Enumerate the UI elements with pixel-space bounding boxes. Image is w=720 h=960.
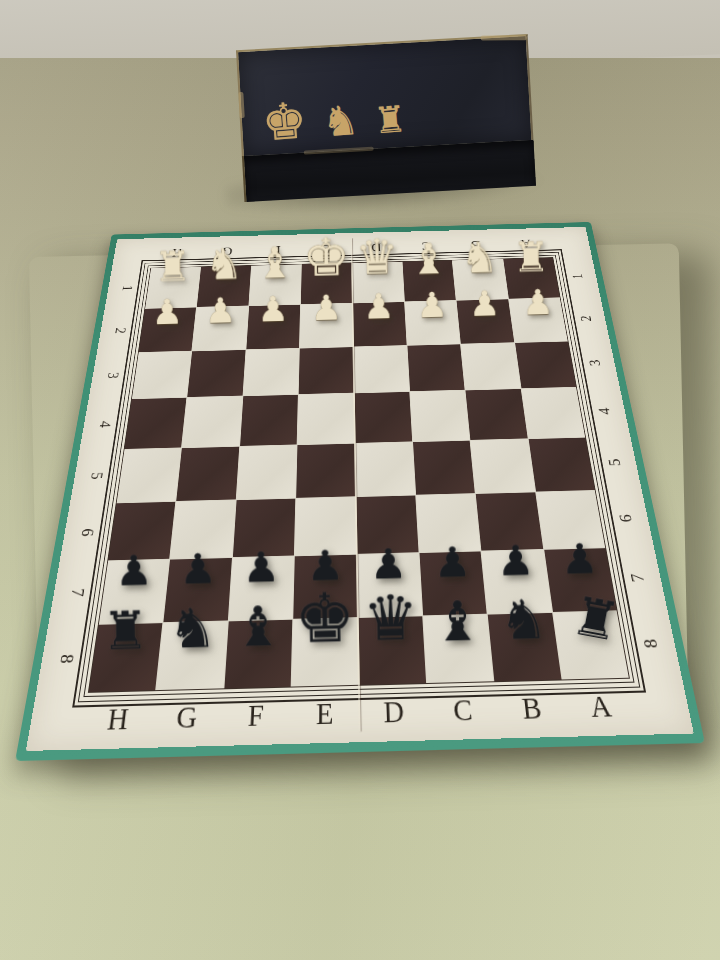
box-top-face: ♚♞♜	[236, 34, 533, 156]
chess-board: 1122334455667788HHGGFFEEDDCCBBAA ♜♞♝♚♛♝♞…	[15, 222, 705, 761]
file-label-top-h: H	[171, 247, 183, 258]
piece-white-pawn-d2[interactable]: ♟	[363, 289, 395, 324]
king-icon: ♚	[260, 95, 309, 149]
box-worn-edge	[481, 35, 527, 40]
rank-label-right-2: 2	[578, 315, 593, 321]
file-label-bottom-h: H	[106, 704, 130, 735]
rank-label-left-6: 6	[79, 528, 97, 536]
rank-label-left-7: 7	[68, 588, 87, 597]
rank-label-left-8: 8	[57, 654, 76, 664]
file-label-bottom-c: C	[452, 695, 473, 726]
board-face: 1122334455667788HHGGFFEEDDCCBBAA ♜♞♝♚♛♝♞…	[26, 227, 694, 751]
piece-white-pawn-g2[interactable]: ♟	[204, 293, 236, 328]
rank-label-right-1: 1	[570, 274, 585, 280]
rank-label-left-2: 2	[113, 327, 128, 333]
file-label-bottom-f: F	[247, 700, 264, 731]
piece-white-pawn-a2[interactable]: ♟	[522, 285, 554, 320]
piece-white-pawn-b2[interactable]: ♟	[469, 286, 501, 321]
piece-black-pawn-g7[interactable]: ♟	[179, 548, 217, 590]
piece-black-pawn-b7[interactable]: ♟	[497, 539, 535, 581]
piece-white-king-e1[interactable]: ♚	[302, 230, 350, 283]
piece-white-pawn-e2[interactable]: ♟	[310, 290, 342, 325]
rank-label-right-7: 7	[627, 574, 646, 583]
knight-icon: ♞	[320, 100, 360, 144]
file-label-bottom-e: E	[316, 699, 333, 730]
file-label-bottom-b: B	[521, 693, 544, 724]
piece-black-pawn-d7[interactable]: ♟	[370, 543, 408, 585]
piece-black-rook-h8[interactable]: ♜	[101, 604, 149, 658]
rank-label-left-5: 5	[88, 472, 105, 480]
piece-black-king-e8[interactable]: ♚	[294, 583, 356, 652]
rank-label-left-3: 3	[105, 372, 121, 379]
file-label-bottom-g: G	[175, 702, 198, 733]
rank-label-right-8: 8	[640, 639, 660, 649]
piece-black-pawn-a7[interactable]: ♟	[561, 538, 599, 580]
rank-label-right-6: 6	[616, 514, 634, 522]
chess-storage-box: ♚♞♜	[236, 34, 536, 202]
piece-black-pawn-f7[interactable]: ♟	[242, 546, 280, 588]
file-label-top-d: D	[371, 242, 382, 253]
rank-label-right-5: 5	[605, 459, 622, 467]
file-label-bottom-d: D	[383, 697, 405, 728]
piece-black-knight-g8[interactable]: ♞	[167, 600, 217, 656]
piece-white-pawn-f2[interactable]: ♟	[257, 291, 289, 326]
box-worn-edge	[238, 92, 244, 118]
piece-white-pawn-c2[interactable]: ♟	[416, 287, 448, 322]
file-label-top-g: G	[221, 246, 232, 257]
rank-label-left-1: 1	[120, 285, 135, 291]
piece-black-rook-a8[interactable]: ♜	[567, 589, 623, 649]
piece-black-pawn-h7[interactable]: ♟	[115, 549, 153, 591]
file-label-top-f: F	[273, 244, 281, 255]
rank-label-right-3: 3	[586, 360, 602, 367]
file-label-top-c: C	[421, 240, 431, 251]
piece-black-pawn-c7[interactable]: ♟	[433, 541, 471, 583]
file-label-top-e: E	[322, 243, 331, 254]
piece-black-knight-b8[interactable]: ♞	[499, 592, 549, 648]
file-label-top-b: B	[471, 239, 482, 250]
rank-label-left-4: 4	[97, 420, 113, 427]
file-label-top-a: A	[520, 238, 532, 249]
pieces-layer: ♜♞♝♚♛♝♞♜♟♟♟♟♟♟♟♟♟♟♟♟♟♟♟♟♜♞♝♚♛♝♞♜	[26, 227, 694, 751]
box-gold-print: ♚♞♜	[260, 87, 407, 149]
piece-white-pawn-h2[interactable]: ♟	[151, 294, 183, 329]
piece-black-bishop-c8[interactable]: ♝	[433, 593, 483, 649]
rank-label-right-4: 4	[595, 407, 612, 414]
piece-black-queen-d8[interactable]: ♛	[363, 587, 420, 651]
piece-black-bishop-f8[interactable]: ♝	[233, 599, 283, 655]
rook-icon: ♜	[372, 101, 407, 140]
